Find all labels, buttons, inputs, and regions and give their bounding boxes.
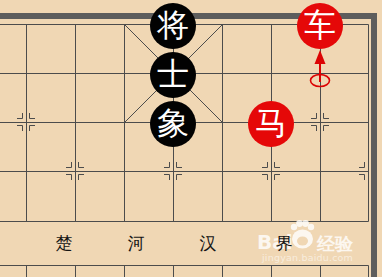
piece-black-elephant[interactable]: 象 [150, 101, 196, 147]
piece-red-chariot[interactable]: 车 [297, 3, 343, 49]
xiangqi-diagram: Bai 经验 jingyan.baidu.com 楚 河 汉 界 将士象车马 [0, 0, 382, 277]
river-label-jie: 界 [276, 234, 293, 254]
river-label-chu: 楚 [56, 234, 73, 254]
piece-black-advisor[interactable]: 士 [150, 52, 196, 98]
piece-red-horse[interactable]: 马 [248, 101, 294, 147]
river-label-han: 汉 [200, 234, 217, 254]
arrow-head-icon [315, 50, 326, 64]
last-move-arrow [311, 50, 330, 87]
piece-black-general[interactable]: 将 [150, 3, 196, 49]
board-border-right [371, 13, 377, 277]
river-label-he: 河 [128, 234, 145, 254]
